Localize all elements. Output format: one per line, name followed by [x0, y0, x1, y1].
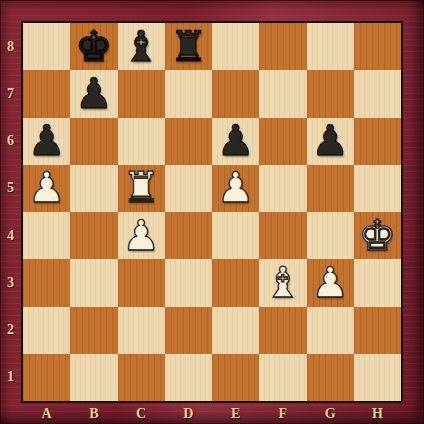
file-label-f: F [259, 403, 306, 424]
white-king-h4[interactable]: ♚ [359, 213, 397, 259]
rank-label-1: 1 [0, 354, 21, 401]
white-pawn-a5[interactable]: ♟ [28, 165, 66, 211]
square-c6[interactable] [118, 118, 165, 165]
square-b8[interactable]: ♚ [70, 23, 117, 70]
square-h3[interactable] [354, 259, 401, 306]
square-f1[interactable] [259, 354, 306, 401]
square-b3[interactable] [70, 259, 117, 306]
square-a5[interactable]: ♟ [23, 165, 70, 212]
square-d3[interactable] [165, 259, 212, 306]
file-label-a: A [23, 403, 70, 424]
square-h2[interactable] [354, 307, 401, 354]
square-f6[interactable] [259, 118, 306, 165]
square-a1[interactable] [23, 354, 70, 401]
square-h4[interactable]: ♚ [354, 212, 401, 259]
square-a3[interactable] [23, 259, 70, 306]
file-label-e: E [212, 403, 259, 424]
square-h8[interactable] [354, 23, 401, 70]
square-b5[interactable] [70, 165, 117, 212]
square-c1[interactable] [118, 354, 165, 401]
square-g7[interactable] [307, 70, 354, 117]
square-g6[interactable]: ♟ [307, 118, 354, 165]
black-bishop-c8[interactable]: ♝ [122, 24, 160, 70]
black-rook-d8[interactable]: ♜ [170, 24, 208, 70]
square-h1[interactable] [354, 354, 401, 401]
square-b7[interactable]: ♟ [70, 70, 117, 117]
file-label-d: D [165, 403, 212, 424]
square-d6[interactable] [165, 118, 212, 165]
square-e4[interactable] [212, 212, 259, 259]
white-pawn-e5[interactable]: ♟ [217, 165, 255, 211]
black-pawn-e6[interactable]: ♟ [217, 118, 255, 164]
square-a6[interactable]: ♟ [23, 118, 70, 165]
square-h6[interactable] [354, 118, 401, 165]
rank-label-7: 7 [0, 70, 21, 117]
rank-label-4: 4 [0, 212, 21, 259]
square-f8[interactable] [259, 23, 306, 70]
file-label-h: H [354, 403, 401, 424]
white-rook-c5[interactable]: ♜ [122, 165, 160, 211]
square-c3[interactable] [118, 259, 165, 306]
square-e8[interactable] [212, 23, 259, 70]
square-b1[interactable] [70, 354, 117, 401]
chess-board-frame: 87654321 ABCDEFGH ♚♝♜♟♟♟♟♟♜♟♟♚♝♟ [0, 0, 424, 424]
square-d7[interactable] [165, 70, 212, 117]
white-pawn-c4[interactable]: ♟ [122, 213, 160, 259]
square-d8[interactable]: ♜ [165, 23, 212, 70]
square-c5[interactable]: ♜ [118, 165, 165, 212]
square-e5[interactable]: ♟ [212, 165, 259, 212]
square-g4[interactable] [307, 212, 354, 259]
square-a7[interactable] [23, 70, 70, 117]
square-d5[interactable] [165, 165, 212, 212]
square-f2[interactable] [259, 307, 306, 354]
white-pawn-g3[interactable]: ♟ [311, 260, 349, 306]
square-f4[interactable] [259, 212, 306, 259]
square-c4[interactable]: ♟ [118, 212, 165, 259]
white-bishop-f3[interactable]: ♝ [264, 260, 302, 306]
rank-label-5: 5 [0, 165, 21, 212]
square-g5[interactable] [307, 165, 354, 212]
square-a8[interactable] [23, 23, 70, 70]
rank-label-6: 6 [0, 118, 21, 165]
square-d2[interactable] [165, 307, 212, 354]
square-g2[interactable] [307, 307, 354, 354]
square-d4[interactable] [165, 212, 212, 259]
square-f7[interactable] [259, 70, 306, 117]
square-g8[interactable] [307, 23, 354, 70]
square-b6[interactable] [70, 118, 117, 165]
rank-label-2: 2 [0, 307, 21, 354]
square-h7[interactable] [354, 70, 401, 117]
file-label-g: G [307, 403, 354, 424]
black-pawn-g6[interactable]: ♟ [311, 118, 349, 164]
square-d1[interactable] [165, 354, 212, 401]
square-e6[interactable]: ♟ [212, 118, 259, 165]
square-e7[interactable] [212, 70, 259, 117]
square-f5[interactable] [259, 165, 306, 212]
rank-labels: 87654321 [0, 23, 21, 401]
black-king-b8[interactable]: ♚ [75, 24, 113, 70]
square-g3[interactable]: ♟ [307, 259, 354, 306]
square-f3[interactable]: ♝ [259, 259, 306, 306]
square-h5[interactable] [354, 165, 401, 212]
file-label-b: B [70, 403, 117, 424]
square-a2[interactable] [23, 307, 70, 354]
square-b2[interactable] [70, 307, 117, 354]
square-c7[interactable] [118, 70, 165, 117]
square-e3[interactable] [212, 259, 259, 306]
chess-board: ♚♝♜♟♟♟♟♟♜♟♟♚♝♟ [21, 21, 403, 403]
square-b4[interactable] [70, 212, 117, 259]
square-a4[interactable] [23, 212, 70, 259]
black-pawn-b7[interactable]: ♟ [75, 71, 113, 117]
file-label-c: C [118, 403, 165, 424]
file-labels: ABCDEFGH [23, 403, 401, 424]
square-e1[interactable] [212, 354, 259, 401]
square-c2[interactable] [118, 307, 165, 354]
square-g1[interactable] [307, 354, 354, 401]
rank-label-3: 3 [0, 259, 21, 306]
rank-label-8: 8 [0, 23, 21, 70]
square-c8[interactable]: ♝ [118, 23, 165, 70]
black-pawn-a6[interactable]: ♟ [28, 118, 66, 164]
square-e2[interactable] [212, 307, 259, 354]
